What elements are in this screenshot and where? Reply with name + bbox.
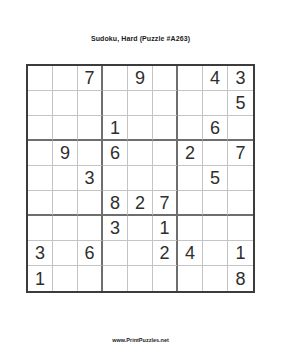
sudoku-cell-r7c7[interactable] bbox=[178, 216, 203, 241]
sudoku-cell-r5c4[interactable] bbox=[103, 166, 128, 191]
sudoku-cell-r4c3[interactable] bbox=[78, 141, 103, 166]
sudoku-cell-r6c8[interactable] bbox=[203, 191, 228, 216]
sudoku-cell-r7c8[interactable] bbox=[203, 216, 228, 241]
sudoku-cell-r6c7[interactable] bbox=[178, 191, 203, 216]
sudoku-cell-r7c5[interactable] bbox=[128, 216, 153, 241]
footer-url: www.PrintPuzzles.net bbox=[0, 337, 281, 343]
sudoku-cell-r4c1[interactable] bbox=[28, 141, 53, 166]
sudoku-cell-r4c5[interactable] bbox=[128, 141, 153, 166]
sudoku-cell-r2c2[interactable] bbox=[53, 91, 78, 116]
sudoku-cell-r4c4[interactable]: 6 bbox=[103, 141, 128, 166]
sudoku-cell-r1c9[interactable]: 3 bbox=[228, 66, 253, 91]
sudoku-cell-r7c2[interactable] bbox=[53, 216, 78, 241]
sudoku-cell-r2c7[interactable] bbox=[178, 91, 203, 116]
sudoku-cell-r4c8[interactable] bbox=[203, 141, 228, 166]
sudoku-cell-r7c4[interactable]: 3 bbox=[103, 216, 128, 241]
sudoku-cell-r1c3[interactable]: 7 bbox=[78, 66, 103, 91]
sudoku-cell-r9c3[interactable] bbox=[78, 266, 103, 291]
sudoku-cell-r9c7[interactable] bbox=[178, 266, 203, 291]
sudoku-cell-r3c6[interactable] bbox=[153, 116, 178, 141]
sudoku-cell-r9c4[interactable] bbox=[103, 266, 128, 291]
sudoku-cell-r8c7[interactable]: 4 bbox=[178, 241, 203, 266]
sudoku-cell-r5c9[interactable] bbox=[228, 166, 253, 191]
sudoku-cell-r6c5[interactable]: 2 bbox=[128, 191, 153, 216]
sudoku-cell-r2c9[interactable]: 5 bbox=[228, 91, 253, 116]
sudoku-cell-r8c4[interactable] bbox=[103, 241, 128, 266]
sudoku-cell-r7c1[interactable] bbox=[28, 216, 53, 241]
sudoku-cell-r2c8[interactable] bbox=[203, 91, 228, 116]
sudoku-cell-r6c4[interactable]: 8 bbox=[103, 191, 128, 216]
sudoku-cell-r1c6[interactable] bbox=[153, 66, 178, 91]
sudoku-cell-r8c2[interactable] bbox=[53, 241, 78, 266]
sudoku-cell-r3c4[interactable]: 1 bbox=[103, 116, 128, 141]
sudoku-cell-r8c1[interactable]: 3 bbox=[28, 241, 53, 266]
sudoku-cell-r1c1[interactable] bbox=[28, 66, 53, 91]
sudoku-cell-r6c1[interactable] bbox=[28, 191, 53, 216]
sudoku-grid: 7943516962735827313624118 bbox=[26, 64, 255, 293]
sudoku-cell-r8c5[interactable] bbox=[128, 241, 153, 266]
sudoku-cell-r9c2[interactable] bbox=[53, 266, 78, 291]
sudoku-cell-r2c3[interactable] bbox=[78, 91, 103, 116]
sudoku-cell-r3c9[interactable] bbox=[228, 116, 253, 141]
sudoku-cell-r3c8[interactable]: 6 bbox=[203, 116, 228, 141]
sudoku-cell-r5c5[interactable] bbox=[128, 166, 153, 191]
sudoku-cell-r6c6[interactable]: 7 bbox=[153, 191, 178, 216]
sudoku-cell-r3c7[interactable] bbox=[178, 116, 203, 141]
sudoku-cell-r9c6[interactable] bbox=[153, 266, 178, 291]
sudoku-cell-r8c8[interactable] bbox=[203, 241, 228, 266]
sudoku-cell-r3c3[interactable] bbox=[78, 116, 103, 141]
sudoku-cell-r3c2[interactable] bbox=[53, 116, 78, 141]
sudoku-cell-r5c8[interactable]: 5 bbox=[203, 166, 228, 191]
sudoku-cell-r9c5[interactable] bbox=[128, 266, 153, 291]
sudoku-cell-r8c9[interactable]: 1 bbox=[228, 241, 253, 266]
sudoku-cell-r9c9[interactable]: 8 bbox=[228, 266, 253, 291]
sudoku-cell-r4c9[interactable]: 7 bbox=[228, 141, 253, 166]
sudoku-cell-r1c4[interactable] bbox=[103, 66, 128, 91]
sudoku-cell-r3c5[interactable] bbox=[128, 116, 153, 141]
sudoku-cell-r5c2[interactable] bbox=[53, 166, 78, 191]
page-title: Sudoku, Hard (Puzzle #A263) bbox=[0, 35, 281, 42]
sudoku-cell-r1c7[interactable] bbox=[178, 66, 203, 91]
sudoku-cell-r9c1[interactable]: 1 bbox=[28, 266, 53, 291]
sudoku-cell-r8c3[interactable]: 6 bbox=[78, 241, 103, 266]
sudoku-cell-r2c1[interactable] bbox=[28, 91, 53, 116]
sudoku-cell-r1c2[interactable] bbox=[53, 66, 78, 91]
sudoku-cell-r2c4[interactable] bbox=[103, 91, 128, 116]
sudoku-cell-r8c6[interactable]: 2 bbox=[153, 241, 178, 266]
sudoku-cell-r5c6[interactable] bbox=[153, 166, 178, 191]
sudoku-cell-r5c1[interactable] bbox=[28, 166, 53, 191]
sudoku-cell-r5c7[interactable] bbox=[178, 166, 203, 191]
sudoku-cell-r4c7[interactable]: 2 bbox=[178, 141, 203, 166]
sudoku-cell-r7c3[interactable] bbox=[78, 216, 103, 241]
sudoku-cell-r2c5[interactable] bbox=[128, 91, 153, 116]
sudoku-cell-r6c9[interactable] bbox=[228, 191, 253, 216]
sudoku-cell-r2c6[interactable] bbox=[153, 91, 178, 116]
sudoku-cell-r1c5[interactable]: 9 bbox=[128, 66, 153, 91]
sudoku-cell-r7c6[interactable]: 1 bbox=[153, 216, 178, 241]
sudoku-cell-r9c8[interactable] bbox=[203, 266, 228, 291]
sudoku-cell-r6c2[interactable] bbox=[53, 191, 78, 216]
sudoku-cell-r6c3[interactable] bbox=[78, 191, 103, 216]
sudoku-cell-r7c9[interactable] bbox=[228, 216, 253, 241]
sudoku-cell-r4c6[interactable] bbox=[153, 141, 178, 166]
sudoku-cell-r4c2[interactable]: 9 bbox=[53, 141, 78, 166]
sudoku-cell-r1c8[interactable]: 4 bbox=[203, 66, 228, 91]
sudoku-cell-r5c3[interactable]: 3 bbox=[78, 166, 103, 191]
sudoku-cell-r3c1[interactable] bbox=[28, 116, 53, 141]
